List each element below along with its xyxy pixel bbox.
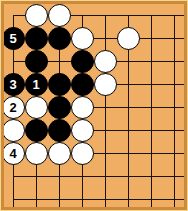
stones-layer: 53124 — [4, 4, 184, 207]
move-number-label: 1 — [32, 77, 39, 90]
white-stone — [48, 4, 71, 27]
white-stone — [117, 27, 140, 50]
white-stone — [48, 142, 71, 165]
white-stone — [71, 142, 94, 165]
move-number-label: 2 — [9, 100, 16, 113]
black-stone — [25, 119, 48, 142]
black-stone — [25, 27, 48, 50]
black-stone — [48, 27, 71, 50]
black-stone — [71, 50, 94, 73]
black-stone: 5 — [4, 27, 25, 50]
black-stone — [48, 119, 71, 142]
black-stone — [48, 73, 71, 96]
white-stone — [71, 96, 94, 119]
white-stone — [94, 50, 117, 73]
white-stone: 4 — [4, 142, 25, 165]
black-stone — [71, 73, 94, 96]
go-board: 53124 — [4, 4, 184, 207]
move-number-label: 4 — [9, 146, 16, 159]
white-stone — [25, 142, 48, 165]
white-stone — [71, 119, 94, 142]
white-stone — [94, 73, 117, 96]
black-stone: 1 — [25, 73, 48, 96]
white-stone — [4, 119, 25, 142]
move-number-label: 5 — [9, 31, 16, 44]
white-stone — [25, 4, 48, 27]
black-stone — [25, 50, 48, 73]
black-stone: 3 — [4, 73, 25, 96]
move-number-label: 3 — [9, 77, 16, 90]
black-stone — [48, 96, 71, 119]
white-stone — [25, 96, 48, 119]
white-stone: 2 — [4, 96, 25, 119]
white-stone — [71, 27, 94, 50]
go-board-frame: 53124 — [0, 0, 188, 211]
